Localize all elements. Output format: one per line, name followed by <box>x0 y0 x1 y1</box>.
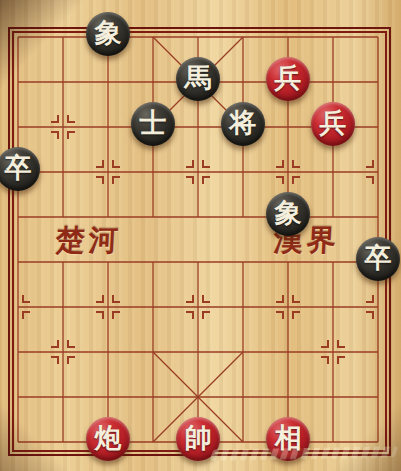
piece-character: 兵 <box>320 110 347 137</box>
piece-character: 馬 <box>185 65 212 92</box>
piece-red-elephant[interactable]: 相 <box>266 417 310 461</box>
piece-black-pawn[interactable]: 卒 <box>356 237 400 281</box>
piece-black-horse[interactable]: 馬 <box>176 57 220 101</box>
piece-character: 卒 <box>365 245 392 272</box>
piece-character: 士 <box>140 110 167 137</box>
piece-character: 将 <box>230 110 257 137</box>
piece-red-cannon[interactable]: 炮 <box>86 417 130 461</box>
piece-black-elephant[interactable]: 象 <box>266 192 310 236</box>
piece-black-advisor[interactable]: 士 <box>131 102 175 146</box>
xiangqi-board[interactable]: 楚河 漢界 象馬兵士将兵卒象卒炮帥相 <box>0 0 401 471</box>
piece-character: 炮 <box>95 425 122 452</box>
piece-black-elephant[interactable]: 象 <box>86 12 130 56</box>
piece-character: 象 <box>95 20 122 47</box>
piece-character: 相 <box>275 425 302 452</box>
piece-character: 帥 <box>185 425 212 452</box>
piece-red-pawn[interactable]: 兵 <box>311 102 355 146</box>
piece-red-general[interactable]: 帥 <box>176 417 220 461</box>
river-label-chuhe: 楚河 <box>55 221 123 255</box>
piece-character: 卒 <box>5 155 32 182</box>
piece-red-pawn[interactable]: 兵 <box>266 57 310 101</box>
piece-character: 兵 <box>275 65 302 92</box>
piece-black-general[interactable]: 将 <box>221 102 265 146</box>
piece-character: 象 <box>275 200 302 227</box>
